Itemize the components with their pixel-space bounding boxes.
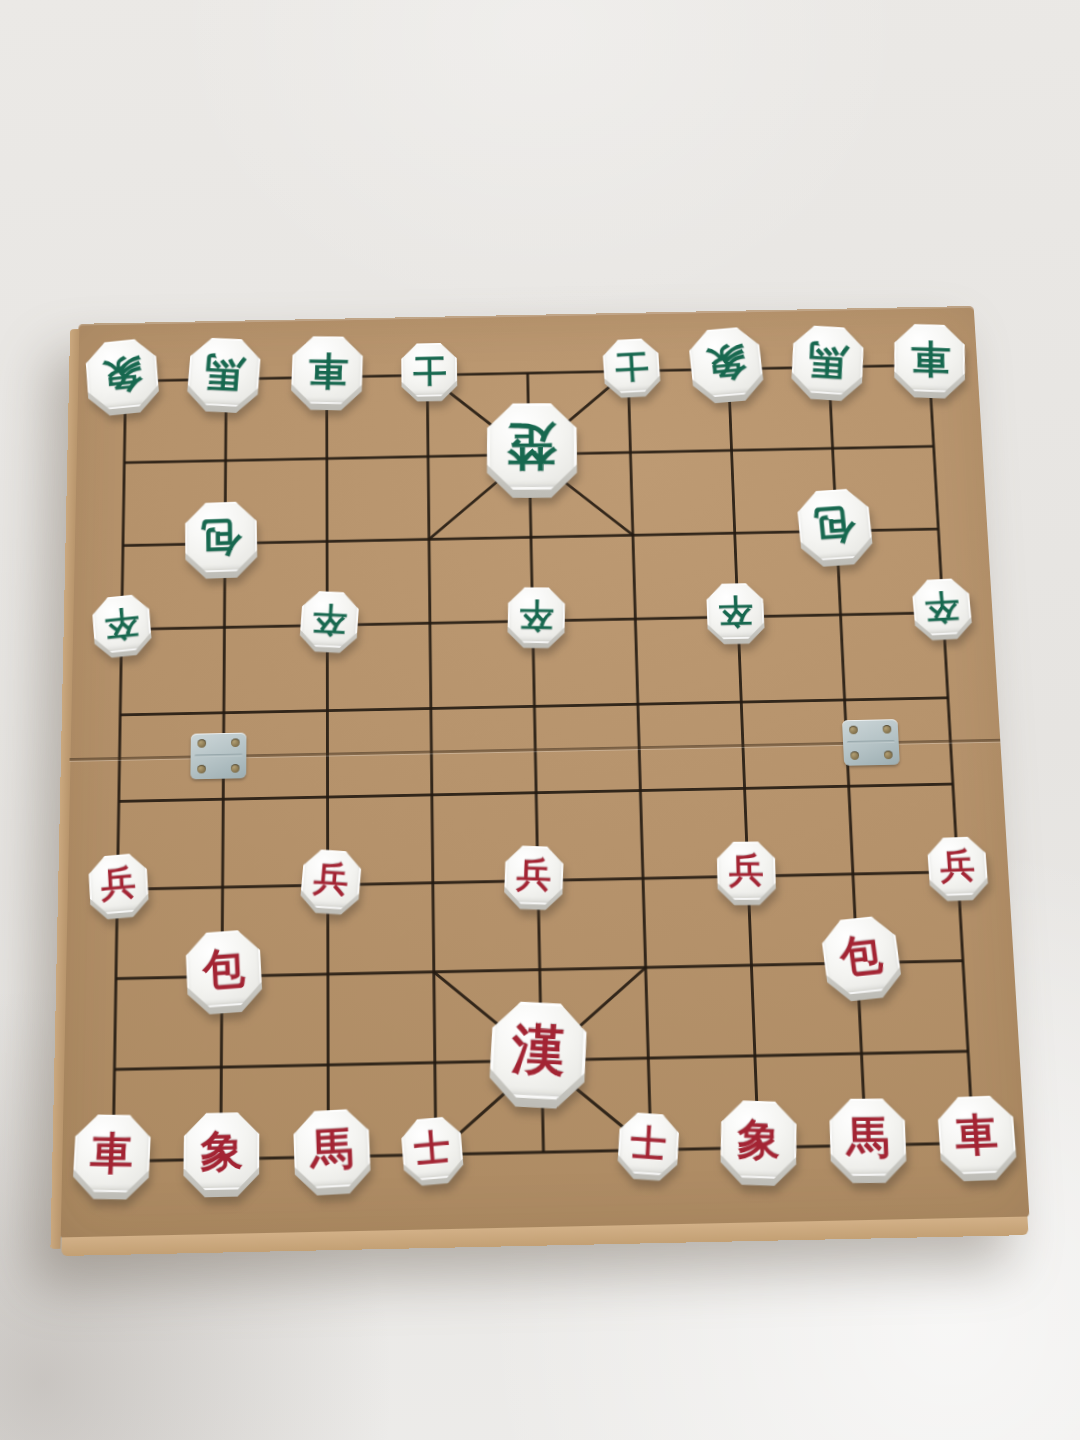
piece-green-guard-f10[interactable]: 士 — [602, 338, 661, 394]
screw-icon — [231, 738, 240, 747]
screw-icon — [231, 764, 240, 773]
piece-glyph-elephant: 象 — [736, 1117, 779, 1162]
piece-red-guard-f1[interactable]: 士 — [617, 1112, 680, 1177]
piece-red-elephant-b1[interactable]: 象 — [184, 1112, 260, 1191]
piece-red-soldier-g4[interactable]: 兵 — [716, 841, 775, 899]
piece-glyph-guard: 士 — [413, 1129, 452, 1169]
piece-glyph-guard: 士 — [614, 349, 649, 383]
piece-green-chariot-i10[interactable]: 車 — [894, 324, 965, 393]
piece-glyph-guard: 士 — [412, 354, 446, 387]
piece-glyph-elephant: 象 — [703, 342, 747, 383]
piece-green-chariot-c10[interactable]: 車 — [290, 336, 363, 404]
piece-glyph-elephant: 象 — [200, 1129, 243, 1174]
piece-glyph-soldier: 兵 — [939, 848, 976, 884]
piece-green-elephant-g10[interactable]: 象 — [687, 326, 765, 399]
piece-glyph-horse: 馬 — [807, 340, 848, 381]
piece-red-soldier-i4[interactable]: 兵 — [926, 836, 988, 896]
piece-green-cannon-b8[interactable]: 包 — [185, 501, 257, 573]
hinge-left-icon — [190, 733, 246, 780]
piece-glyph-horse: 馬 — [203, 353, 246, 393]
piece-glyph-cannon: 包 — [812, 503, 856, 545]
piece-glyph-chariot: 車 — [954, 1113, 1000, 1158]
piece-red-soldier-e4[interactable]: 兵 — [504, 845, 564, 905]
screw-icon — [197, 765, 206, 774]
piece-red-horse-c1[interactable]: 馬 — [292, 1108, 370, 1189]
piece-glyph-guard: 士 — [630, 1124, 668, 1163]
screw-icon — [197, 739, 206, 748]
piece-red-guard-d1[interactable]: 士 — [400, 1115, 464, 1181]
piece-red-soldier-a4[interactable]: 兵 — [88, 852, 149, 915]
piece-green-cannon-h8[interactable]: 包 — [795, 487, 873, 561]
piece-red-elephant-g1[interactable]: 象 — [720, 1100, 796, 1180]
piece-green-guard-d10[interactable]: 士 — [401, 343, 457, 397]
piece-glyph-soldier: 兵 — [312, 860, 350, 897]
piece-glyph-cannon: 包 — [837, 932, 884, 979]
piece-glyph-elephant: 象 — [101, 354, 144, 396]
piece-green-horse-h10[interactable]: 馬 — [791, 325, 864, 397]
screw-icon — [884, 751, 893, 760]
piece-red-soldier-c4[interactable]: 兵 — [299, 848, 362, 910]
piece-glyph-general: 漢 — [511, 1022, 567, 1079]
piece-glyph-soldier: 卒 — [717, 594, 752, 628]
piece-green-soldier-c7[interactable]: 卒 — [299, 591, 360, 649]
piece-green-horse-b10[interactable]: 馬 — [186, 337, 262, 408]
piece-glyph-soldier: 卒 — [311, 602, 347, 637]
piece-red-chariot-a1[interactable]: 車 — [72, 1115, 151, 1193]
piece-glyph-chariot: 車 — [306, 351, 347, 390]
piece-red-cannon-b3[interactable]: 包 — [185, 929, 263, 1009]
piece-glyph-chariot: 車 — [90, 1132, 135, 1176]
piece-green-soldier-g7[interactable]: 卒 — [705, 583, 764, 640]
piece-glyph-soldier: 卒 — [519, 599, 554, 633]
piece-green-general-e9[interactable]: 楚 — [487, 403, 577, 490]
piece-glyph-horse: 馬 — [309, 1126, 353, 1172]
piece-red-cannon-h3[interactable]: 包 — [819, 914, 903, 996]
piece-face: 楚 — [487, 403, 577, 490]
piece-glyph-soldier: 兵 — [728, 853, 764, 888]
piece-red-chariot-i1[interactable]: 車 — [936, 1095, 1017, 1175]
screw-icon — [882, 725, 891, 734]
piece-red-horse-h1[interactable]: 馬 — [829, 1099, 907, 1176]
board-scene: 象馬車士士象馬車楚包包卒卒卒卒卒兵兵兵兵兵包包漢車象馬士士象馬車 — [60, 268, 1030, 1228]
piece-glyph-horse: 馬 — [846, 1116, 890, 1160]
piece-glyph-soldier: 兵 — [100, 865, 137, 903]
piece-green-soldier-i7[interactable]: 卒 — [911, 578, 973, 637]
piece-red-general-e2[interactable]: 漢 — [489, 1001, 588, 1102]
screw-icon — [849, 726, 858, 735]
screw-icon — [850, 751, 859, 760]
piece-glyph-soldier: 卒 — [923, 590, 960, 625]
piece-glyph-soldier: 兵 — [516, 857, 552, 893]
piece-green-soldier-e7[interactable]: 卒 — [507, 587, 565, 643]
hinge-right-icon — [842, 719, 900, 766]
piece-glyph-chariot: 車 — [910, 339, 950, 378]
piece-glyph-cannon: 包 — [202, 946, 246, 991]
piece-glyph-cannon: 包 — [201, 516, 242, 557]
piece-green-soldier-a7[interactable]: 卒 — [91, 593, 152, 654]
janggi-board: 象馬車士士象馬車楚包包卒卒卒卒卒兵兵兵兵兵包包漢車象馬士士象馬車 — [60, 306, 1030, 1238]
piece-glyph-soldier: 卒 — [103, 606, 140, 643]
piece-glyph-general: 楚 — [507, 422, 558, 471]
piece-green-elephant-a10[interactable]: 象 — [84, 337, 159, 411]
